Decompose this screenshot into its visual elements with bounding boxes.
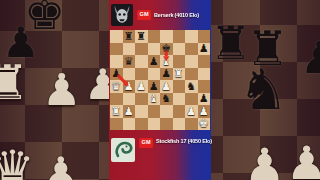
square-d1 bbox=[148, 118, 161, 131]
square-d6: ♟ bbox=[148, 55, 161, 68]
top-player-banner: GM Berserk (4010 Elo) bbox=[109, 0, 211, 30]
square-a7 bbox=[110, 43, 123, 56]
background-white-pawn: ♟ bbox=[42, 152, 80, 180]
square-a4: ♛ bbox=[110, 80, 123, 93]
square-h4 bbox=[198, 80, 211, 93]
white-pawn-c4: ♟ bbox=[136, 80, 146, 91]
background-white-pawn: ♟ bbox=[244, 142, 285, 180]
white-pawn-b4: ♟ bbox=[124, 80, 134, 91]
square-d2 bbox=[148, 105, 161, 118]
square-f2 bbox=[173, 105, 186, 118]
square-e3: ♞ bbox=[160, 93, 173, 106]
square-g2: ♟ bbox=[185, 105, 198, 118]
square-a2: ♜ bbox=[110, 105, 123, 118]
stockfish-avatar bbox=[111, 138, 135, 162]
square-b7 bbox=[123, 43, 136, 56]
black-king-e7: ♚ bbox=[161, 43, 171, 54]
white-pawn-h2: ♟ bbox=[199, 105, 209, 116]
bottom-player-name: Stockfish 17 (4050 Elo) bbox=[156, 138, 212, 144]
square-c1 bbox=[135, 118, 148, 131]
square-g1 bbox=[185, 118, 198, 131]
square-g4: ♞ bbox=[185, 80, 198, 93]
white-bishop-e6: ♝ bbox=[161, 55, 171, 66]
square-c3 bbox=[135, 93, 148, 106]
berserk-avatar bbox=[111, 4, 133, 26]
square-e6: ♝ bbox=[160, 55, 173, 68]
white-bishop-d3: ♝ bbox=[149, 93, 159, 104]
black-pawn-a5: ♟ bbox=[111, 68, 121, 79]
square-e5: ♟ bbox=[160, 68, 173, 81]
square-f4 bbox=[173, 80, 186, 93]
background-white-queen: ♛ bbox=[0, 144, 35, 180]
background-white-pawn: ♟ bbox=[286, 140, 320, 180]
square-e7: ♚ bbox=[160, 43, 173, 56]
square-g3 bbox=[185, 93, 198, 106]
background-white-pawn: ♟ bbox=[42, 68, 81, 112]
square-b6: ♛ bbox=[123, 55, 136, 68]
center-column: GM Berserk (4010 Elo) ♜♜♚♟♛♟♝♟♟♜♛♟♟♟♟♞♝♞… bbox=[109, 0, 211, 180]
square-g5 bbox=[185, 68, 198, 81]
square-c4: ♟ bbox=[135, 80, 148, 93]
white-pawn-b2: ♟ bbox=[124, 105, 134, 116]
square-c2 bbox=[135, 105, 148, 118]
square-h8 bbox=[198, 30, 211, 43]
square-c8: ♜ bbox=[135, 30, 148, 43]
square-d8 bbox=[148, 30, 161, 43]
top-player-name: Berserk (4010 Elo) bbox=[154, 12, 199, 18]
white-queen-a4: ♛ bbox=[111, 80, 121, 91]
black-knight-g4: ♞ bbox=[186, 80, 196, 91]
square-f1 bbox=[173, 118, 186, 131]
square-d4: ♟ bbox=[148, 80, 161, 93]
black-rook-b8: ♜ bbox=[124, 30, 134, 41]
square-b1 bbox=[123, 118, 136, 131]
square-h2: ♟ bbox=[198, 105, 211, 118]
black-rook-c8: ♜ bbox=[136, 30, 146, 41]
white-king-h1: ♚ bbox=[199, 118, 209, 129]
square-g7 bbox=[185, 43, 198, 56]
square-f7 bbox=[173, 43, 186, 56]
black-knight-e3: ♞ bbox=[161, 93, 171, 104]
square-b3 bbox=[123, 93, 136, 106]
stockfish-logo-icon bbox=[111, 138, 135, 162]
bottom-gm-badge: GM bbox=[139, 138, 153, 148]
berserk-logo-icon bbox=[111, 4, 133, 26]
black-pawn-d6: ♟ bbox=[149, 55, 159, 66]
bottom-player-banner: GM Stockfish 17 (4050 Elo) bbox=[109, 130, 211, 180]
square-h5 bbox=[198, 68, 211, 81]
square-d7 bbox=[148, 43, 161, 56]
square-f5: ♜ bbox=[173, 68, 186, 81]
white-pawn-g2: ♟ bbox=[186, 105, 196, 116]
square-g6 bbox=[185, 55, 198, 68]
square-f8 bbox=[173, 30, 186, 43]
board-grid: ♜♜♚♟♛♟♝♟♟♜♛♟♟♟♟♞♝♞♟♜♟♟♟♚ bbox=[110, 30, 210, 130]
square-b8: ♜ bbox=[123, 30, 136, 43]
square-a3 bbox=[110, 93, 123, 106]
square-e4: ♟ bbox=[160, 80, 173, 93]
video-frame: ♚♟♜♟♟♛♟♜♜♟♞♟♟ GM Berserk (4010 Elo) ♜♜♚♟… bbox=[0, 0, 320, 180]
square-b4: ♟ bbox=[123, 80, 136, 93]
top-gm-badge: GM bbox=[137, 10, 151, 20]
background-black-pawn: ♟ bbox=[300, 36, 320, 80]
black-pawn-h3: ♟ bbox=[199, 93, 209, 104]
square-f3 bbox=[173, 93, 186, 106]
white-rook-a2: ♜ bbox=[111, 105, 121, 116]
square-a1 bbox=[110, 118, 123, 131]
square-c7 bbox=[135, 43, 148, 56]
square-a6 bbox=[110, 55, 123, 68]
square-e8 bbox=[160, 30, 173, 43]
background-white-rook: ♜ bbox=[0, 58, 29, 106]
white-rook-f5: ♜ bbox=[174, 68, 184, 79]
square-b5 bbox=[123, 68, 136, 81]
square-f6 bbox=[173, 55, 186, 68]
square-g8 bbox=[185, 30, 198, 43]
square-h7: ♟ bbox=[198, 43, 211, 56]
black-queen-b6: ♛ bbox=[124, 55, 134, 66]
black-pawn-h7: ♟ bbox=[199, 43, 209, 54]
black-pawn-d4: ♟ bbox=[149, 80, 159, 91]
square-d3: ♝ bbox=[148, 93, 161, 106]
background-black-knight: ♞ bbox=[238, 62, 288, 118]
square-h3: ♟ bbox=[198, 93, 211, 106]
square-e2 bbox=[160, 105, 173, 118]
square-e1 bbox=[160, 118, 173, 131]
chess-board: ♜♜♚♟♛♟♝♟♟♜♛♟♟♟♟♞♝♞♟♜♟♟♟♚ bbox=[110, 30, 210, 130]
black-pawn-e5: ♟ bbox=[161, 68, 171, 79]
square-h6 bbox=[198, 55, 211, 68]
square-d5 bbox=[148, 68, 161, 81]
white-pawn-e4: ♟ bbox=[161, 80, 171, 91]
square-c6 bbox=[135, 55, 148, 68]
square-a5: ♟ bbox=[110, 68, 123, 81]
square-h1: ♚ bbox=[198, 118, 211, 131]
square-b2: ♟ bbox=[123, 105, 136, 118]
square-a8 bbox=[110, 30, 123, 43]
square-c5 bbox=[135, 68, 148, 81]
